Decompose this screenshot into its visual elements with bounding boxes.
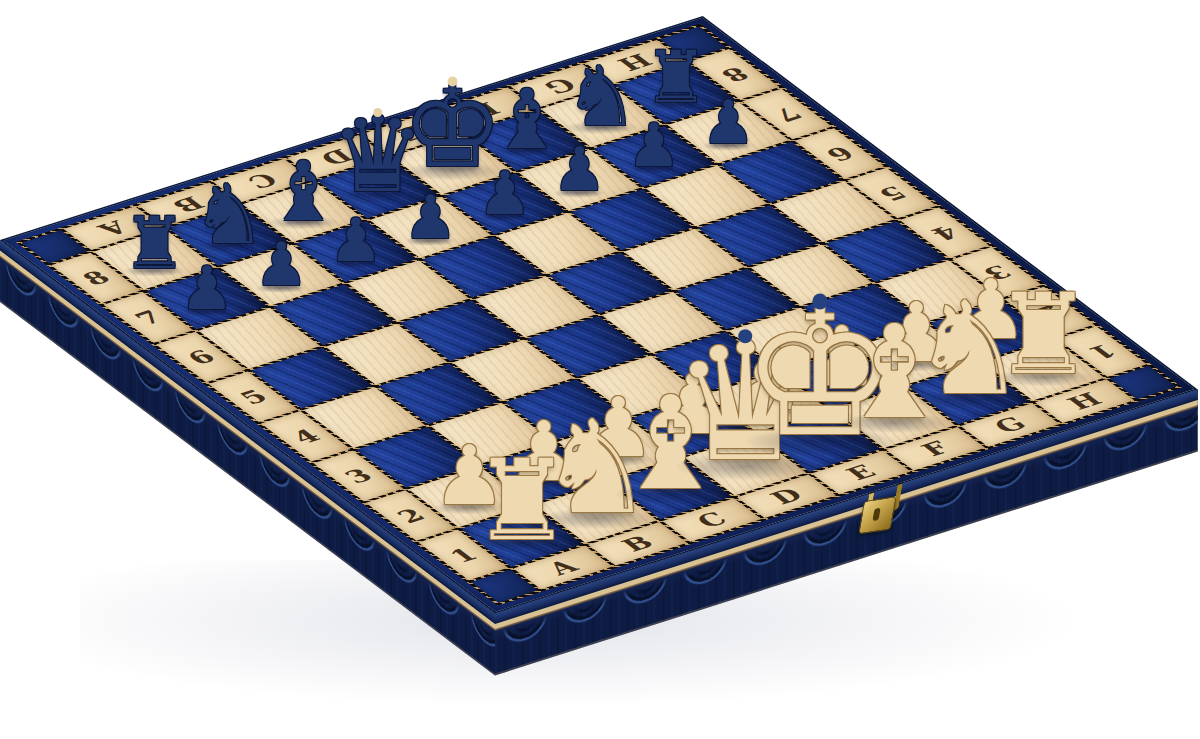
coord-left-4-label: 4 <box>286 425 327 447</box>
chessboard-top: ABCDEFGH8877665544332211ABCDEFGH <box>0 16 1198 614</box>
coord-left-2-label: 2 <box>391 504 432 526</box>
coord-left-3-label: 3 <box>338 465 379 487</box>
coord-far-E-label: E <box>390 122 432 145</box>
coord-far-G-label: G <box>538 74 583 98</box>
coord-near-G-label: G <box>988 413 1033 437</box>
coord-far-F-label: F <box>465 98 506 121</box>
black-king-crown-tip-icon <box>447 77 457 87</box>
coord-right-3-label: 3 <box>977 261 1018 283</box>
coord-far-A-label: A <box>92 217 135 240</box>
coord-left-1-label: 1 <box>443 544 484 566</box>
coord-near-H-label: H <box>1061 389 1108 414</box>
coord-far-D-label: D <box>314 145 359 169</box>
coord-near-E-label: E <box>840 461 882 484</box>
coord-right-4-label: 4 <box>924 221 965 243</box>
coord-near-A-label: A <box>542 556 585 579</box>
coord-right-7-label: 7 <box>767 103 808 125</box>
coord-left-5-label: 5 <box>233 385 274 407</box>
coord-right-5-label: 5 <box>872 182 913 204</box>
coord-right-2-label: 2 <box>1029 301 1070 323</box>
coord-right-8-label: 8 <box>714 63 755 85</box>
coord-near-F-label: F <box>915 437 956 460</box>
coord-far-B-label: B <box>165 193 210 217</box>
coord-left-7-label: 7 <box>128 306 169 328</box>
coord-far-C-label: C <box>241 169 284 192</box>
coord-right-1-label: 1 <box>1082 340 1123 362</box>
coord-near-C-label: C <box>690 508 733 531</box>
chess-set-photo: ABCDEFGH8877665544332211ABCDEFGH ♜♞♝♛♚♝♞… <box>0 0 1200 739</box>
coord-right-6-label: 6 <box>819 142 860 164</box>
coord-near-D-label: D <box>764 484 809 508</box>
clasp-plate-icon <box>858 496 896 534</box>
coord-far-H-label: H <box>611 50 658 75</box>
black-queen-crown-tip-icon <box>373 108 382 117</box>
coord-near-B-label: B <box>615 532 660 556</box>
board-grid: ABCDEFGH8877665544332211ABCDEFGH <box>16 24 1182 606</box>
coord-left-8-label: 8 <box>76 267 117 289</box>
coord-left-6-label: 6 <box>181 346 222 368</box>
